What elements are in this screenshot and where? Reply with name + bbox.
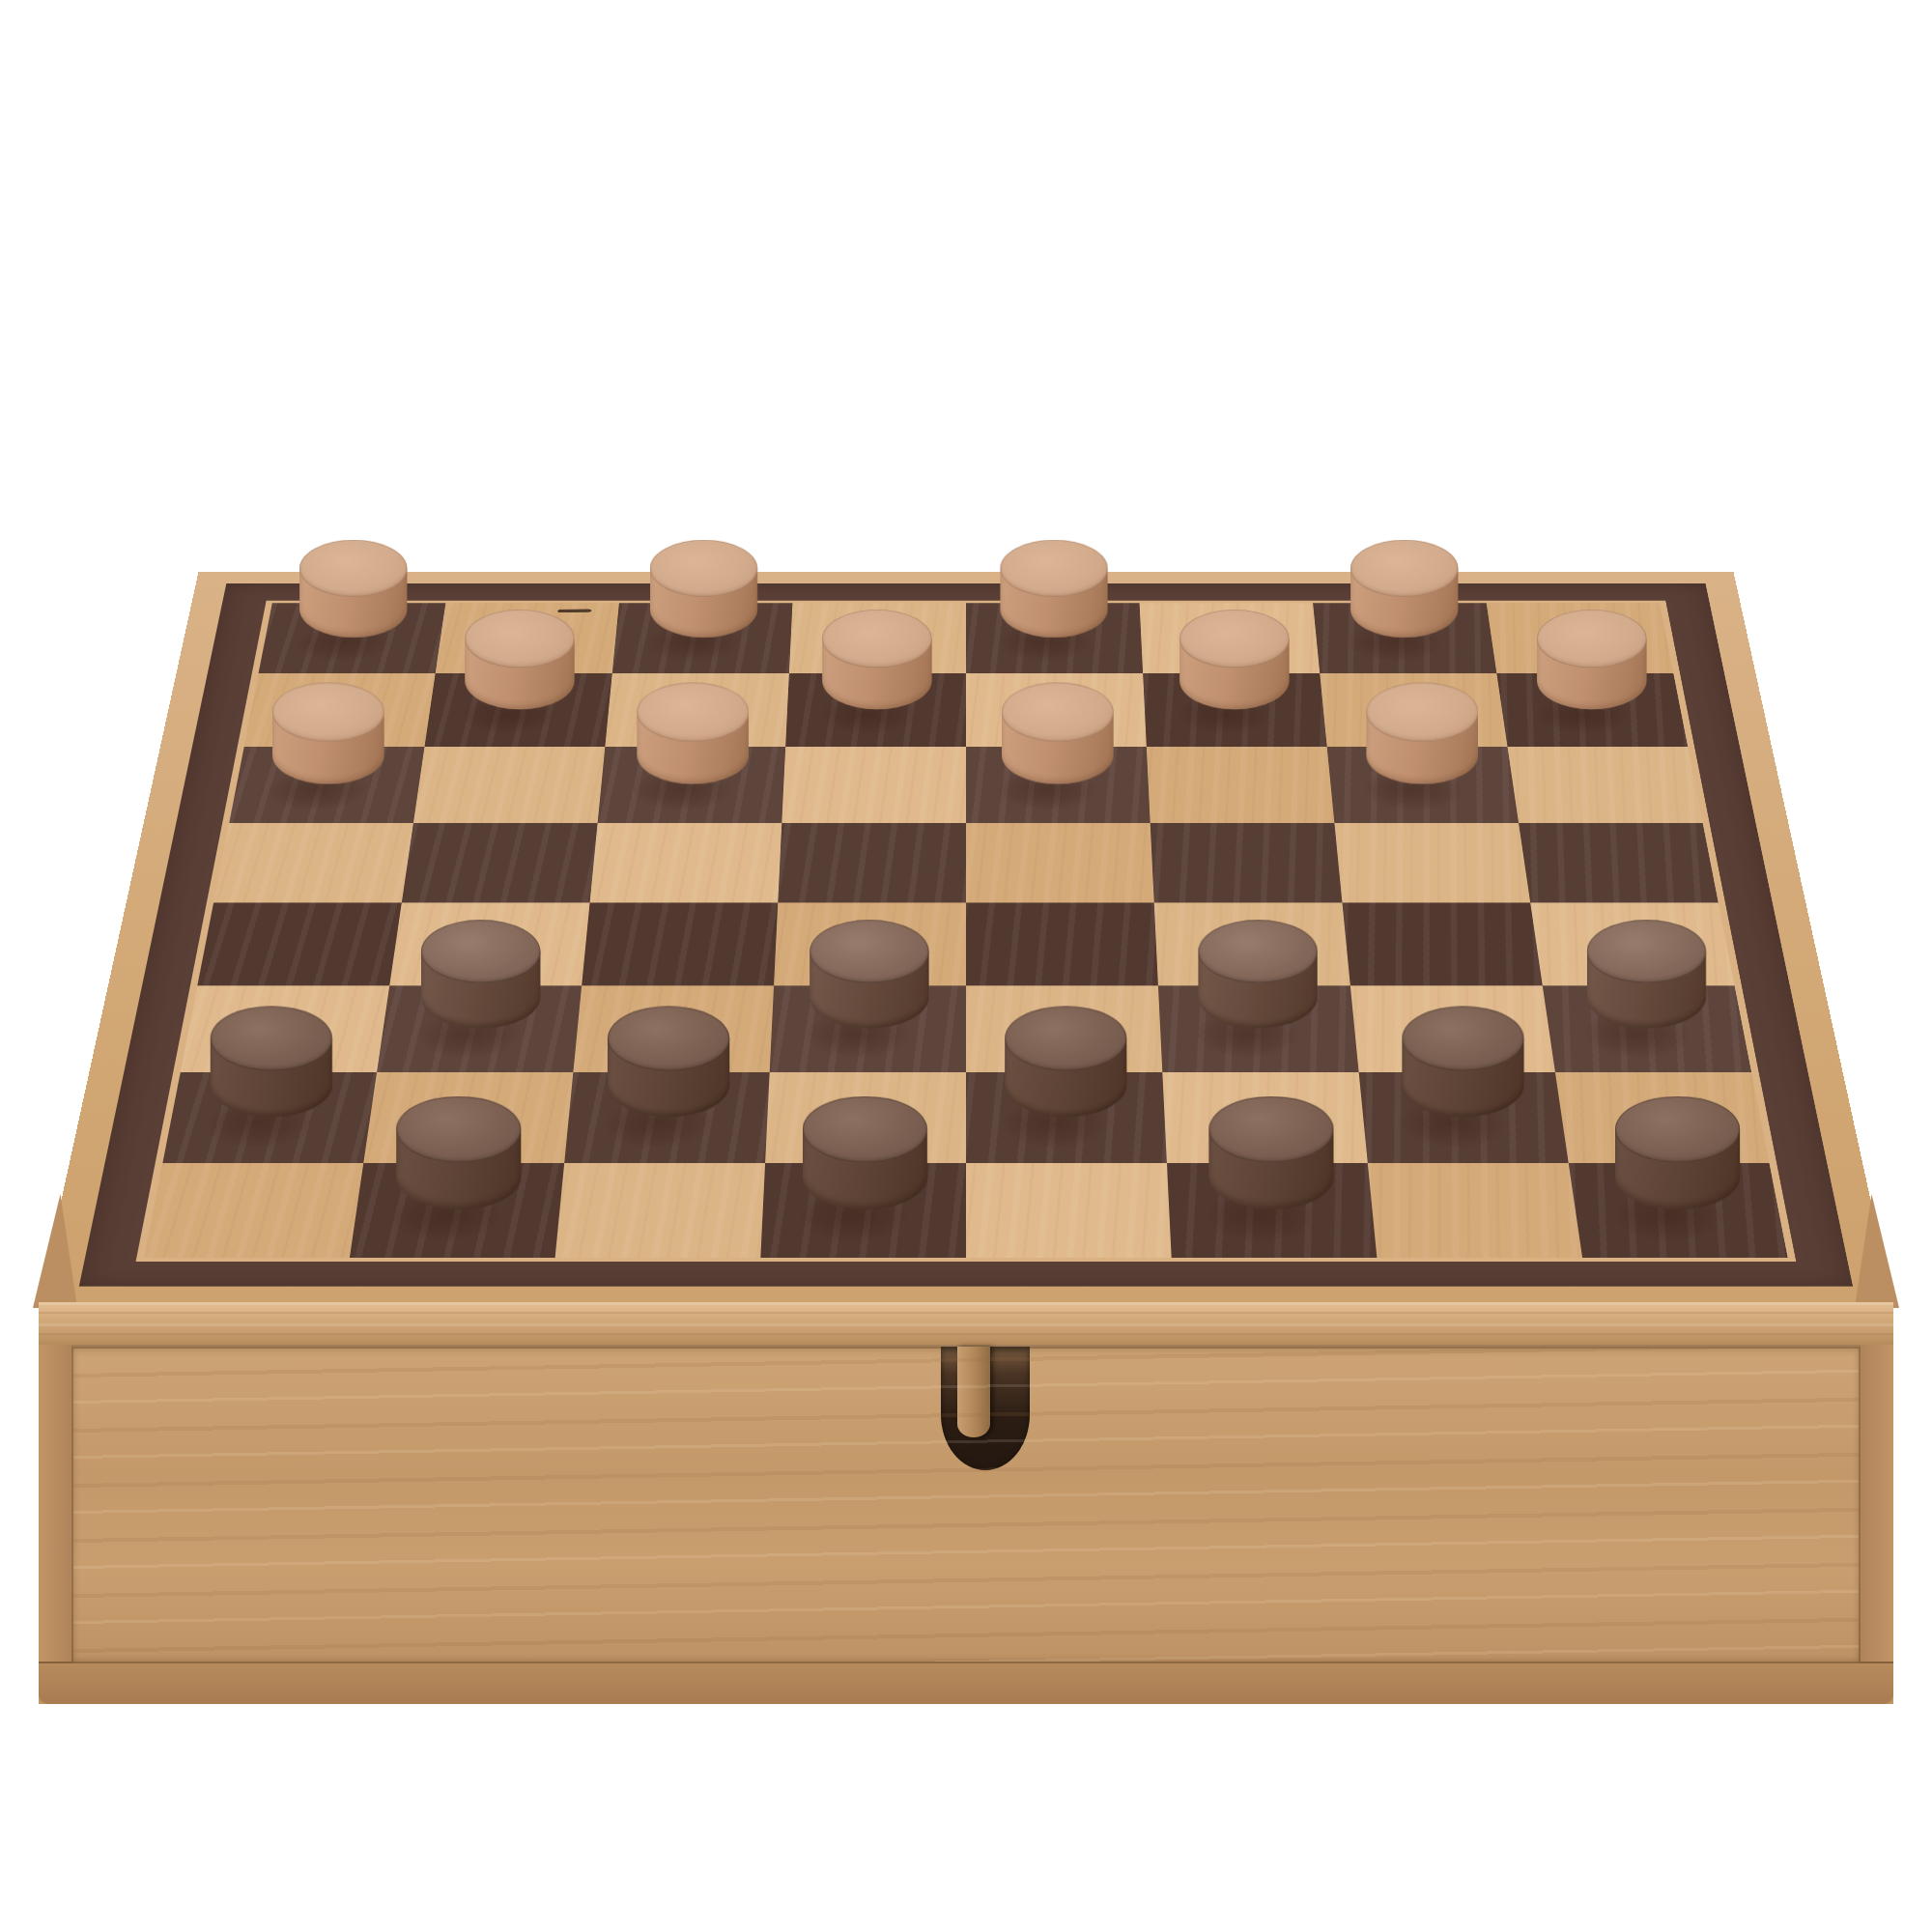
box-front-right-edge xyxy=(1861,1345,1893,1704)
board-square-dark[interactable] xyxy=(197,902,402,985)
checker-top xyxy=(607,1006,728,1070)
drawer-front[interactable] xyxy=(71,1347,1861,1663)
board-square-light[interactable] xyxy=(966,823,1154,902)
checker-top xyxy=(1402,1006,1523,1070)
checker-top xyxy=(210,1006,331,1070)
box-front-left-edge xyxy=(39,1345,71,1704)
box-front-top-edge xyxy=(39,1302,1893,1347)
board-square-light[interactable] xyxy=(590,823,782,902)
checker-top xyxy=(271,682,384,741)
board-square-dark[interactable] xyxy=(402,823,598,902)
drawer-notch-handle[interactable] xyxy=(941,1347,1030,1470)
checker-light[interactable] xyxy=(1350,540,1458,638)
checker-light[interactable] xyxy=(1001,682,1113,783)
board-square-dark[interactable] xyxy=(778,823,966,902)
checker-dark[interactable] xyxy=(1005,1006,1126,1117)
checker-top xyxy=(1614,1096,1739,1162)
checker-top xyxy=(822,610,932,668)
board-square-light[interactable] xyxy=(555,1163,766,1258)
checker-top xyxy=(637,682,749,741)
board-square-dark[interactable] xyxy=(1151,823,1343,902)
board-square-dark[interactable] xyxy=(1519,823,1719,902)
checker-top xyxy=(810,920,928,982)
checker-top xyxy=(420,920,539,982)
checker-top xyxy=(649,540,756,597)
checker-top xyxy=(1208,1096,1333,1162)
checker-light[interactable] xyxy=(271,682,384,783)
checker-dark[interactable] xyxy=(1198,920,1317,1028)
checker-dark[interactable] xyxy=(1402,1006,1523,1117)
checker-light[interactable] xyxy=(637,682,749,783)
checker-light[interactable] xyxy=(465,610,575,709)
board-square-light[interactable] xyxy=(413,747,605,823)
board-square-dark[interactable] xyxy=(582,902,778,985)
checker-top xyxy=(299,540,407,597)
checker-dark[interactable] xyxy=(396,1096,521,1209)
checker-dark[interactable] xyxy=(1586,920,1705,1028)
checker-top xyxy=(465,610,575,668)
checker-top xyxy=(1000,540,1107,597)
checker-top xyxy=(1001,682,1113,741)
checker-dark[interactable] xyxy=(1614,1096,1739,1209)
checker-dark[interactable] xyxy=(802,1096,926,1209)
checker-top xyxy=(1586,920,1705,982)
board-square-dark[interactable] xyxy=(966,902,1158,985)
checker-light[interactable] xyxy=(1000,540,1107,638)
checker-light[interactable] xyxy=(1179,610,1290,709)
stored-dowel-piece xyxy=(957,1347,990,1437)
checker-light[interactable] xyxy=(299,540,407,638)
checker-light[interactable] xyxy=(649,540,756,638)
checker-light[interactable] xyxy=(1537,610,1647,709)
checker-top xyxy=(1179,610,1290,668)
checker-top xyxy=(396,1096,521,1162)
checker-top xyxy=(1198,920,1317,982)
checker-top xyxy=(1537,610,1647,668)
checker-dark[interactable] xyxy=(210,1006,331,1117)
board-square-light[interactable] xyxy=(1334,823,1530,902)
checker-top xyxy=(1005,1006,1126,1070)
checker-dark[interactable] xyxy=(420,920,539,1028)
board-square-light[interactable] xyxy=(966,1163,1172,1258)
board-top-surface xyxy=(39,572,1893,1304)
checker-dark[interactable] xyxy=(810,920,928,1028)
box-front xyxy=(39,1302,1893,1704)
board-square-light[interactable] xyxy=(1147,747,1335,823)
checker-light[interactable] xyxy=(1366,682,1478,783)
checker-dark[interactable] xyxy=(1208,1096,1333,1209)
box-front-bottom-edge xyxy=(39,1662,1893,1704)
board-square-light[interactable] xyxy=(144,1163,363,1258)
board-square-light[interactable] xyxy=(1368,1163,1582,1258)
checker-light[interactable] xyxy=(822,610,932,709)
board-square-light[interactable] xyxy=(213,823,413,902)
board-square-light[interactable] xyxy=(1507,747,1702,823)
checker-top xyxy=(1350,540,1458,597)
scene xyxy=(0,0,1932,1932)
checker-top xyxy=(802,1096,926,1162)
checker-top xyxy=(1366,682,1478,741)
checker-dark[interactable] xyxy=(607,1006,728,1117)
board-square-light[interactable] xyxy=(781,747,966,823)
board-square-dark[interactable] xyxy=(1342,902,1542,985)
